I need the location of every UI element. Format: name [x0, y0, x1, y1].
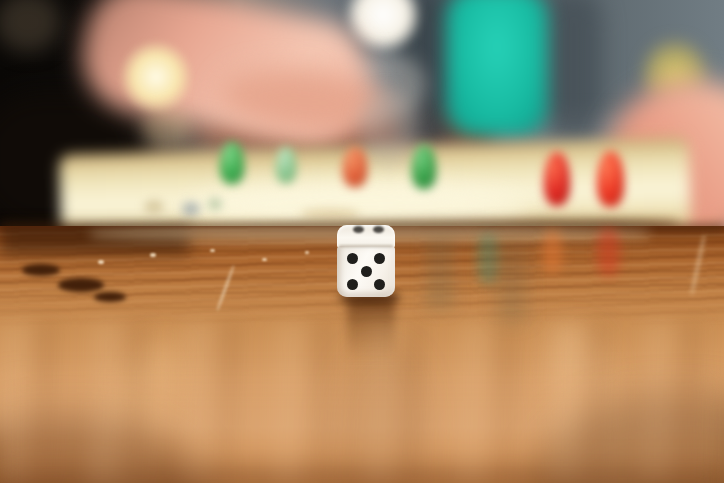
wood-fleck: [98, 260, 104, 264]
die-top-pip-partial: [353, 226, 364, 233]
die: [337, 225, 395, 297]
board-game-photo: [0, 0, 724, 483]
table-reflection-streak: [496, 242, 528, 322]
wood-fleck: [150, 253, 156, 257]
die-reflection: [347, 296, 395, 360]
die-pip: [374, 253, 385, 264]
wood-knot: [58, 278, 104, 292]
wood-fleck: [262, 258, 267, 261]
die-top-pip-partial: [373, 226, 384, 233]
die-front-face: [337, 246, 395, 297]
die-pip: [361, 266, 372, 277]
wood-fleck: [305, 251, 309, 254]
pawn-reflection-red: [597, 228, 620, 276]
die-pip: [347, 279, 358, 290]
wood-scratch: [216, 265, 235, 311]
pawn-reflection-orange: [543, 230, 562, 274]
pawn-red: [597, 151, 624, 207]
pawn-red: [544, 152, 570, 206]
table-reflection-streak: [426, 238, 454, 310]
die-pip: [347, 253, 358, 264]
wood-knot: [94, 292, 126, 302]
pawn-orange-red: [343, 147, 367, 187]
wood-scratch: [690, 234, 707, 295]
die-pip: [374, 279, 385, 290]
lens-blur-overlay: [0, 380, 724, 483]
die-edge-crease: [339, 245, 393, 247]
pawn-green: [412, 145, 436, 189]
wood-fleck: [210, 249, 215, 252]
pawn-pale-green: [276, 147, 296, 183]
pawn-green: [220, 142, 244, 184]
wood-knot: [22, 264, 60, 276]
